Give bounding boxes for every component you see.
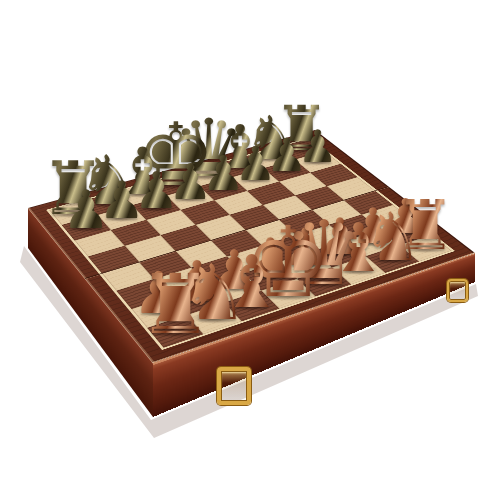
piece-bronze-pawn-a7[interactable]: ♟ xyxy=(60,184,113,237)
chess-set-product-photo: ♜♞♝♚♛♝♞♜♟♟♟♟♟♟♟♟♟♟♟♟♟♟♟♟♜♞♝♚♛♝♞♜ xyxy=(0,0,500,500)
gold-latch xyxy=(447,279,468,302)
gold-latch xyxy=(217,367,251,405)
piece-copper-rook-a1[interactable]: ♜ xyxy=(134,263,217,346)
